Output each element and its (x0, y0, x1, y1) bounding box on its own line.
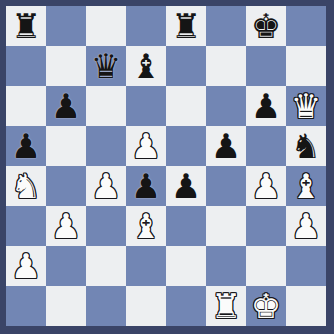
square-d8[interactable] (126, 6, 166, 46)
square-b2[interactable] (46, 246, 86, 286)
piece-white-king-g1[interactable]: ♚ (251, 286, 281, 326)
square-f5[interactable]: ♟ (206, 126, 246, 166)
square-e8[interactable]: ♜ (166, 6, 206, 46)
square-c5[interactable] (86, 126, 126, 166)
square-a1[interactable] (6, 286, 46, 326)
square-f7[interactable] (206, 46, 246, 86)
square-b8[interactable] (46, 6, 86, 46)
square-e6[interactable] (166, 86, 206, 126)
square-h6[interactable]: ♛ (286, 86, 326, 126)
square-a8[interactable]: ♜ (6, 6, 46, 46)
square-f8[interactable] (206, 6, 246, 46)
piece-black-king-g8[interactable]: ♚ (251, 6, 281, 46)
square-b5[interactable] (46, 126, 86, 166)
square-f3[interactable] (206, 206, 246, 246)
square-g7[interactable] (246, 46, 286, 86)
chess-board: ♜♜♚♛♝♟♟♛♟♟♟♞♞♟♟♟♟♝♟♝♟♟♜♚ (0, 0, 334, 334)
piece-black-queen-c7[interactable]: ♛ (91, 46, 121, 86)
square-h2[interactable] (286, 246, 326, 286)
board-grid: ♜♜♚♛♝♟♟♛♟♟♟♞♞♟♟♟♟♝♟♝♟♟♜♚ (6, 6, 326, 326)
square-e2[interactable] (166, 246, 206, 286)
square-d2[interactable] (126, 246, 166, 286)
square-h8[interactable] (286, 6, 326, 46)
piece-black-pawn-e4[interactable]: ♟ (171, 166, 201, 206)
piece-white-pawn-d5[interactable]: ♟ (131, 126, 161, 166)
square-b6[interactable]: ♟ (46, 86, 86, 126)
square-h7[interactable] (286, 46, 326, 86)
square-g4[interactable]: ♟ (246, 166, 286, 206)
square-h3[interactable]: ♟ (286, 206, 326, 246)
square-c7[interactable]: ♛ (86, 46, 126, 86)
square-d5[interactable]: ♟ (126, 126, 166, 166)
square-d3[interactable]: ♝ (126, 206, 166, 246)
square-c2[interactable] (86, 246, 126, 286)
square-f2[interactable] (206, 246, 246, 286)
piece-white-rook-f1[interactable]: ♜ (211, 286, 241, 326)
square-g1[interactable]: ♚ (246, 286, 286, 326)
piece-white-knight-a4[interactable]: ♞ (11, 166, 41, 206)
piece-white-queen-h6[interactable]: ♛ (291, 86, 321, 126)
piece-white-pawn-a2[interactable]: ♟ (11, 246, 41, 286)
square-b7[interactable] (46, 46, 86, 86)
square-c3[interactable] (86, 206, 126, 246)
square-e4[interactable]: ♟ (166, 166, 206, 206)
square-e3[interactable] (166, 206, 206, 246)
square-a2[interactable]: ♟ (6, 246, 46, 286)
square-g8[interactable]: ♚ (246, 6, 286, 46)
square-c6[interactable] (86, 86, 126, 126)
piece-white-bishop-d3[interactable]: ♝ (131, 206, 161, 246)
square-c4[interactable]: ♟ (86, 166, 126, 206)
square-a7[interactable] (6, 46, 46, 86)
square-h1[interactable] (286, 286, 326, 326)
square-b1[interactable] (46, 286, 86, 326)
square-c1[interactable] (86, 286, 126, 326)
square-a6[interactable] (6, 86, 46, 126)
square-h5[interactable]: ♞ (286, 126, 326, 166)
piece-black-knight-h5[interactable]: ♞ (291, 126, 321, 166)
piece-black-bishop-d7[interactable]: ♝ (131, 46, 161, 86)
square-b3[interactable]: ♟ (46, 206, 86, 246)
square-b4[interactable] (46, 166, 86, 206)
piece-white-pawn-b3[interactable]: ♟ (51, 206, 81, 246)
piece-black-pawn-g6[interactable]: ♟ (251, 86, 281, 126)
square-d7[interactable]: ♝ (126, 46, 166, 86)
square-d6[interactable] (126, 86, 166, 126)
square-g3[interactable] (246, 206, 286, 246)
square-d4[interactable]: ♟ (126, 166, 166, 206)
square-g6[interactable]: ♟ (246, 86, 286, 126)
piece-black-pawn-a5[interactable]: ♟ (11, 126, 41, 166)
piece-white-bishop-h4[interactable]: ♝ (291, 166, 321, 206)
square-g2[interactable] (246, 246, 286, 286)
square-a5[interactable]: ♟ (6, 126, 46, 166)
piece-white-pawn-c4[interactable]: ♟ (91, 166, 121, 206)
piece-white-pawn-h3[interactable]: ♟ (291, 206, 321, 246)
square-e1[interactable] (166, 286, 206, 326)
piece-black-rook-a8[interactable]: ♜ (11, 6, 41, 46)
square-e7[interactable] (166, 46, 206, 86)
square-c8[interactable] (86, 6, 126, 46)
square-f1[interactable]: ♜ (206, 286, 246, 326)
square-f6[interactable] (206, 86, 246, 126)
piece-black-rook-e8[interactable]: ♜ (171, 6, 201, 46)
square-g5[interactable] (246, 126, 286, 166)
piece-black-pawn-d4[interactable]: ♟ (131, 166, 161, 206)
piece-white-pawn-g4[interactable]: ♟ (251, 166, 281, 206)
square-f4[interactable] (206, 166, 246, 206)
piece-black-pawn-f5[interactable]: ♟ (211, 126, 241, 166)
square-h4[interactable]: ♝ (286, 166, 326, 206)
square-a3[interactable] (6, 206, 46, 246)
square-d1[interactable] (126, 286, 166, 326)
square-e5[interactable] (166, 126, 206, 166)
piece-black-pawn-b6[interactable]: ♟ (51, 86, 81, 126)
square-a4[interactable]: ♞ (6, 166, 46, 206)
